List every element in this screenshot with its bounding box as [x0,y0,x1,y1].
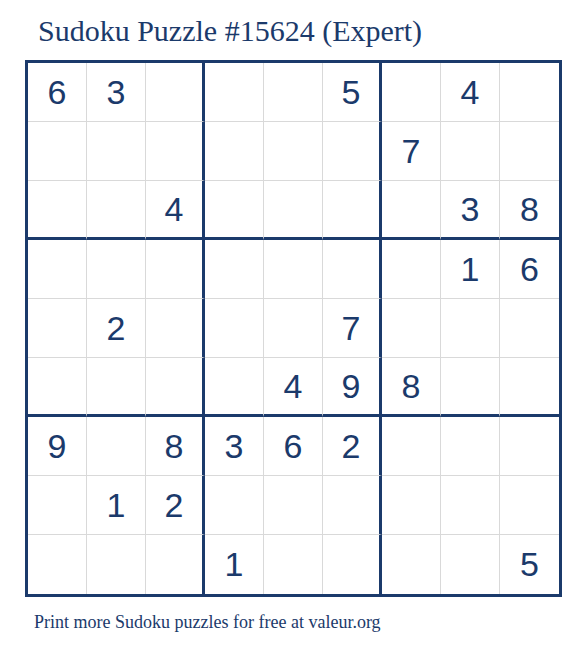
cell-r7c8 [441,417,500,476]
cell-r4c4 [205,240,264,299]
page-title: Sudoku Puzzle #15624 (Expert) [38,14,580,47]
cell-r9c8 [441,535,500,594]
cell-r2c7: 7 [382,122,441,181]
cell-r3c7 [382,181,441,240]
cell-r1c6: 5 [323,63,382,122]
cell-r4c5 [264,240,323,299]
cell-r9c1 [28,535,87,594]
cell-r6c9 [500,358,559,417]
cell-r2c4 [205,122,264,181]
cell-r9c3 [146,535,205,594]
cell-r2c2 [87,122,146,181]
cell-r8c8 [441,476,500,535]
cell-r1c4 [205,63,264,122]
cell-r1c1: 6 [28,63,87,122]
cell-r8c5 [264,476,323,535]
cell-r6c6: 9 [323,358,382,417]
cell-r6c5: 4 [264,358,323,417]
cell-r4c9: 6 [500,240,559,299]
cell-r9c9: 5 [500,535,559,594]
cell-r2c3 [146,122,205,181]
cell-r3c4 [205,181,264,240]
cell-r7c1: 9 [28,417,87,476]
cell-r3c5 [264,181,323,240]
cell-r7c6: 2 [323,417,382,476]
cell-r3c6 [323,181,382,240]
cell-r9c2 [87,535,146,594]
cell-r4c2 [87,240,146,299]
cell-r2c1 [28,122,87,181]
sudoku-board: 635474381627498983621215 [25,60,562,597]
cell-r8c7 [382,476,441,535]
cell-r5c5 [264,299,323,358]
cell-r8c1 [28,476,87,535]
cell-r3c1 [28,181,87,240]
cell-r8c3: 2 [146,476,205,535]
cell-r2c5 [264,122,323,181]
cell-r6c8 [441,358,500,417]
cell-r8c4 [205,476,264,535]
cell-r1c8: 4 [441,63,500,122]
cell-r5c9 [500,299,559,358]
cell-r6c4 [205,358,264,417]
cell-r7c9 [500,417,559,476]
cell-r3c9: 8 [500,181,559,240]
cell-r6c7: 8 [382,358,441,417]
cell-r1c7 [382,63,441,122]
cell-r5c8 [441,299,500,358]
footer-text: Print more Sudoku puzzles for free at va… [34,612,580,633]
cell-r2c9 [500,122,559,181]
cell-r3c2 [87,181,146,240]
cell-r7c2 [87,417,146,476]
cell-r5c3 [146,299,205,358]
cell-r5c7 [382,299,441,358]
cell-r9c6 [323,535,382,594]
cell-r8c2: 1 [87,476,146,535]
cell-r7c3: 8 [146,417,205,476]
cell-r9c5 [264,535,323,594]
cell-r5c2: 2 [87,299,146,358]
cell-r3c8: 3 [441,181,500,240]
cell-r1c9 [500,63,559,122]
cell-r6c2 [87,358,146,417]
cell-r1c5 [264,63,323,122]
cell-r2c8 [441,122,500,181]
cell-r6c3 [146,358,205,417]
cell-r9c4: 1 [205,535,264,594]
cell-r7c4: 3 [205,417,264,476]
cell-r8c9 [500,476,559,535]
cell-r4c6 [323,240,382,299]
cell-r4c8: 1 [441,240,500,299]
cell-r7c7 [382,417,441,476]
cell-r3c3: 4 [146,181,205,240]
cell-r5c4 [205,299,264,358]
cell-r2c6 [323,122,382,181]
cell-r5c1 [28,299,87,358]
cell-r9c7 [382,535,441,594]
cell-r1c2: 3 [87,63,146,122]
cell-r8c6 [323,476,382,535]
cell-r5c6: 7 [323,299,382,358]
cell-r4c7 [382,240,441,299]
cell-r7c5: 6 [264,417,323,476]
cell-r6c1 [28,358,87,417]
cell-r4c1 [28,240,87,299]
cell-r1c3 [146,63,205,122]
sudoku-page: Sudoku Puzzle #15624 (Expert) 6354743816… [0,14,580,633]
cell-r4c3 [146,240,205,299]
